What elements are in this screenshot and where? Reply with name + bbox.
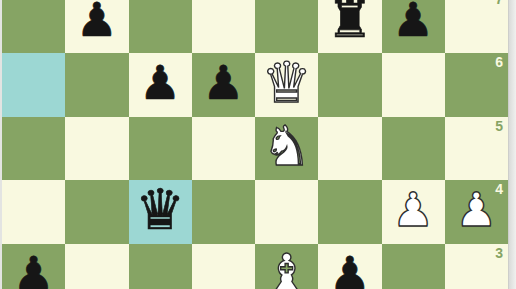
square-h3[interactable]: 3: [445, 244, 508, 289]
square-e6[interactable]: ♛: [255, 53, 318, 117]
square-f7[interactable]: ♜: [318, 0, 381, 53]
white-pawn[interactable]: ♟: [455, 186, 497, 233]
black-rook[interactable]: ♜: [327, 0, 374, 45]
black-pawn[interactable]: ♟: [329, 250, 371, 289]
square-e4[interactable]: [255, 180, 318, 244]
square-b3[interactable]: [65, 244, 128, 289]
square-g7[interactable]: ♟: [382, 0, 445, 53]
rank-label-7: 7: [495, 0, 503, 6]
square-c7[interactable]: [129, 0, 192, 53]
black-pawn[interactable]: ♟: [76, 0, 118, 43]
square-f5[interactable]: [318, 117, 381, 181]
square-e5[interactable]: ♞: [255, 117, 318, 181]
white-bishop[interactable]: ♝: [263, 247, 311, 289]
square-h4[interactable]: 4♟: [445, 180, 508, 244]
square-c4[interactable]: ♛: [129, 180, 192, 244]
square-h5[interactable]: 5: [445, 117, 508, 181]
square-d4[interactable]: [192, 180, 255, 244]
square-a3[interactable]: ♟: [2, 244, 65, 289]
square-d7[interactable]: [192, 0, 255, 53]
chess-board: ♟♜♟7♟♟♛6♞5♛♟4♟♟♝♟3: [2, 0, 508, 289]
rank-label-6: 6: [495, 55, 503, 69]
square-f3[interactable]: ♟: [318, 244, 381, 289]
square-g6[interactable]: [382, 53, 445, 117]
square-b4[interactable]: [65, 180, 128, 244]
square-d3[interactable]: [192, 244, 255, 289]
square-c3[interactable]: [129, 244, 192, 289]
black-queen[interactable]: ♛: [135, 182, 185, 238]
square-a4[interactable]: [2, 180, 65, 244]
square-c6[interactable]: ♟: [129, 53, 192, 117]
square-b7[interactable]: ♟: [65, 0, 128, 53]
square-d6[interactable]: ♟: [192, 53, 255, 117]
square-a6[interactable]: [2, 53, 65, 117]
white-knight[interactable]: ♞: [262, 119, 311, 174]
square-b5[interactable]: [65, 117, 128, 181]
black-pawn[interactable]: ♟: [13, 250, 55, 289]
square-b6[interactable]: [65, 53, 128, 117]
square-g3[interactable]: [382, 244, 445, 289]
square-h7[interactable]: 7: [445, 0, 508, 53]
square-g4[interactable]: ♟: [382, 180, 445, 244]
square-e7[interactable]: [255, 0, 318, 53]
white-pawn[interactable]: ♟: [392, 186, 434, 233]
black-pawn[interactable]: ♟: [392, 0, 434, 43]
square-h6[interactable]: 6: [445, 53, 508, 117]
square-a5[interactable]: [2, 117, 65, 181]
square-f6[interactable]: [318, 53, 381, 117]
square-g5[interactable]: [382, 117, 445, 181]
rank-label-3: 3: [495, 246, 503, 260]
square-f4[interactable]: [318, 180, 381, 244]
rank-label-5: 5: [495, 119, 503, 133]
black-pawn[interactable]: ♟: [202, 59, 244, 106]
white-queen[interactable]: ♛: [262, 55, 312, 111]
page-background-strip-left: [0, 0, 2, 289]
page-background-strip-right: [508, 0, 516, 289]
square-e3[interactable]: ♝: [255, 244, 318, 289]
black-pawn[interactable]: ♟: [139, 59, 181, 106]
square-c5[interactable]: [129, 117, 192, 181]
square-a7[interactable]: [2, 0, 65, 53]
chess-board-viewport: ♟♜♟7♟♟♛6♞5♛♟4♟♟♝♟3: [0, 0, 516, 289]
square-d5[interactable]: [192, 117, 255, 181]
